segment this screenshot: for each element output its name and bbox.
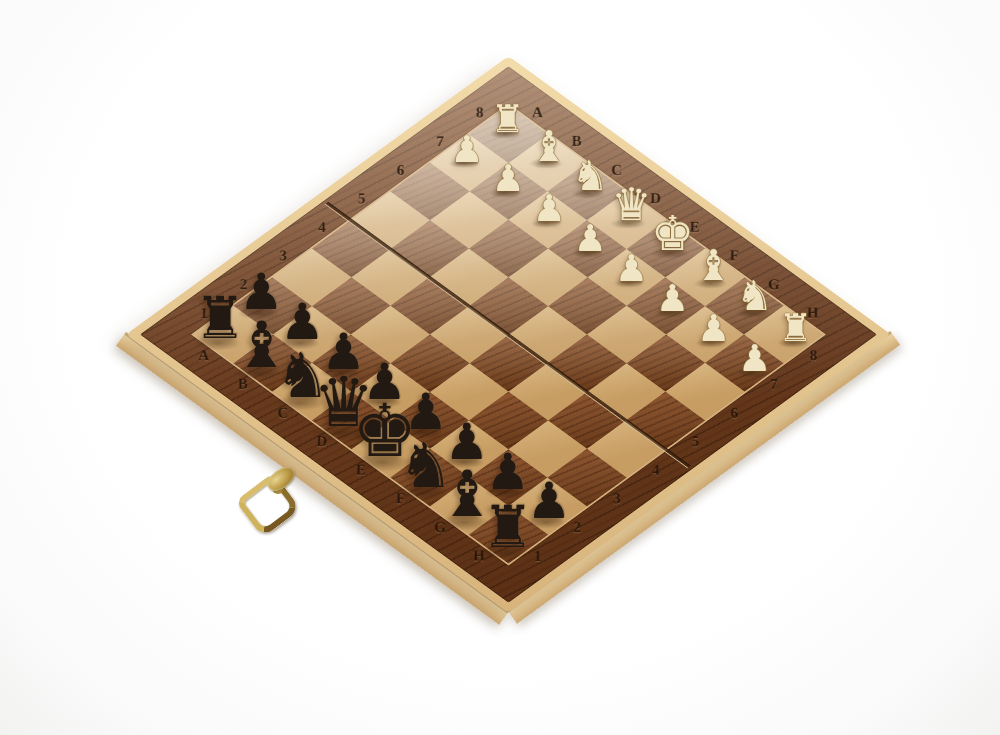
brass-latch bbox=[238, 462, 308, 532]
piece-black-rook-h1[interactable]: ♜ bbox=[450, 498, 566, 556]
photo-stage: ABCDEFGH ABCDEFGH 87654321 87654321 ♜♝♞♛… bbox=[0, 0, 1000, 735]
piece-white-pawn-h7[interactable]: ♟ bbox=[718, 340, 792, 377]
